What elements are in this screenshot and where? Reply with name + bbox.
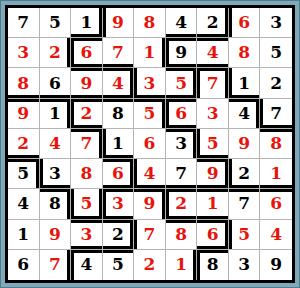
sudoku-cell[interactable]: 4 xyxy=(260,220,292,250)
sudoku-cell[interactable]: 2 xyxy=(166,189,198,219)
sudoku-cell[interactable]: 1 xyxy=(197,189,229,219)
sudoku-cell[interactable]: 4 xyxy=(103,68,135,98)
sudoku-cell[interactable]: 6 xyxy=(166,99,198,129)
sudoku-cell[interactable]: 6 xyxy=(103,159,135,189)
sudoku-cell[interactable]: 8 xyxy=(197,250,229,280)
sudoku-cell[interactable]: 8 xyxy=(103,99,135,129)
sudoku-cell[interactable]: 3 xyxy=(40,159,72,189)
sudoku-cell[interactable]: 3 xyxy=(8,38,40,68)
sudoku-cell[interactable]: 8 xyxy=(8,68,40,98)
sudoku-cell[interactable]: 2 xyxy=(71,99,103,129)
sudoku-cell[interactable]: 8 xyxy=(71,159,103,189)
sudoku-cell[interactable]: 5 xyxy=(40,8,72,38)
sudoku-cell[interactable]: 9 xyxy=(166,38,198,68)
sudoku-cell[interactable]: 7 xyxy=(134,220,166,250)
sudoku-cell[interactable]: 4 xyxy=(8,189,40,219)
sudoku-cell[interactable]: 5 xyxy=(8,159,40,189)
sudoku-cell[interactable]: 3 xyxy=(229,250,261,280)
sudoku-cell[interactable]: 7 xyxy=(197,68,229,98)
sudoku-cell[interactable]: 8 xyxy=(260,129,292,159)
sudoku-cell[interactable]: 9 xyxy=(260,250,292,280)
sudoku-cell[interactable]: 1 xyxy=(71,8,103,38)
sudoku-cell[interactable]: 9 xyxy=(229,129,261,159)
sudoku-cell[interactable]: 8 xyxy=(229,38,261,68)
sudoku-cell[interactable]: 6 xyxy=(40,68,72,98)
sudoku-board: 7519842633267194858694357129128563472471… xyxy=(5,5,295,283)
sudoku-cell[interactable]: 6 xyxy=(8,250,40,280)
sudoku-cell[interactable]: 4 xyxy=(197,38,229,68)
sudoku-cell[interactable]: 1 xyxy=(8,220,40,250)
sudoku-cell[interactable]: 9 xyxy=(134,189,166,219)
sudoku-cell[interactable]: 5 xyxy=(260,38,292,68)
sudoku-cell[interactable]: 4 xyxy=(166,8,198,38)
sudoku-cell[interactable]: 7 xyxy=(166,159,198,189)
sudoku-cell[interactable]: 4 xyxy=(229,99,261,129)
sudoku-cell[interactable]: 1 xyxy=(134,38,166,68)
sudoku-cell[interactable]: 5 xyxy=(134,99,166,129)
sudoku-cell[interactable]: 3 xyxy=(166,129,198,159)
sudoku-cell[interactable]: 7 xyxy=(260,99,292,129)
sudoku-cell[interactable]: 7 xyxy=(40,250,72,280)
sudoku-cell[interactable]: 6 xyxy=(71,38,103,68)
sudoku-cell[interactable]: 2 xyxy=(40,38,72,68)
sudoku-cell[interactable]: 4 xyxy=(134,159,166,189)
sudoku-cell[interactable]: 7 xyxy=(8,8,40,38)
sudoku-cell[interactable]: 3 xyxy=(71,220,103,250)
sudoku-cell[interactable]: 9 xyxy=(8,99,40,129)
sudoku-cell[interactable]: 7 xyxy=(71,129,103,159)
sudoku-cell[interactable]: 4 xyxy=(40,129,72,159)
sudoku-cell[interactable]: 2 xyxy=(103,220,135,250)
sudoku-cell[interactable]: 6 xyxy=(260,189,292,219)
sudoku-cell[interactable]: 1 xyxy=(260,159,292,189)
sudoku-cell[interactable]: 1 xyxy=(40,99,72,129)
sudoku-cell[interactable]: 9 xyxy=(103,8,135,38)
sudoku-cell[interactable]: 9 xyxy=(197,159,229,189)
sudoku-cell[interactable]: 5 xyxy=(166,68,198,98)
sudoku-cell[interactable]: 9 xyxy=(40,220,72,250)
sudoku-cell[interactable]: 8 xyxy=(134,8,166,38)
sudoku-cell[interactable]: 9 xyxy=(71,68,103,98)
sudoku-cell[interactable]: 6 xyxy=(229,8,261,38)
sudoku-cell[interactable]: 2 xyxy=(8,129,40,159)
sudoku-cell[interactable]: 5 xyxy=(71,189,103,219)
sudoku-cell[interactable]: 2 xyxy=(134,250,166,280)
sudoku-cell[interactable]: 6 xyxy=(134,129,166,159)
sudoku-cell[interactable]: 2 xyxy=(260,68,292,98)
sudoku-cell[interactable]: 1 xyxy=(229,68,261,98)
sudoku-cell[interactable]: 5 xyxy=(103,250,135,280)
sudoku-cell[interactable]: 8 xyxy=(166,220,198,250)
sudoku-cell[interactable]: 5 xyxy=(197,129,229,159)
sudoku-cell[interactable]: 5 xyxy=(229,220,261,250)
sudoku-cell[interactable]: 3 xyxy=(103,189,135,219)
sudoku-cell[interactable]: 7 xyxy=(229,189,261,219)
sudoku-cell[interactable]: 2 xyxy=(229,159,261,189)
sudoku-cell[interactable]: 1 xyxy=(166,250,198,280)
sudoku-cell[interactable]: 6 xyxy=(197,220,229,250)
sudoku-cell[interactable]: 3 xyxy=(260,8,292,38)
sudoku-cell[interactable]: 3 xyxy=(134,68,166,98)
sudoku-cell[interactable]: 4 xyxy=(71,250,103,280)
teal-frame: 7519842633267194858694357129128563472471… xyxy=(0,0,300,288)
sudoku-cell[interactable]: 7 xyxy=(103,38,135,68)
sudoku-cell[interactable]: 3 xyxy=(197,99,229,129)
sudoku-cell[interactable]: 2 xyxy=(197,8,229,38)
sudoku-cell[interactable]: 8 xyxy=(40,189,72,219)
sudoku-cell[interactable]: 1 xyxy=(103,129,135,159)
